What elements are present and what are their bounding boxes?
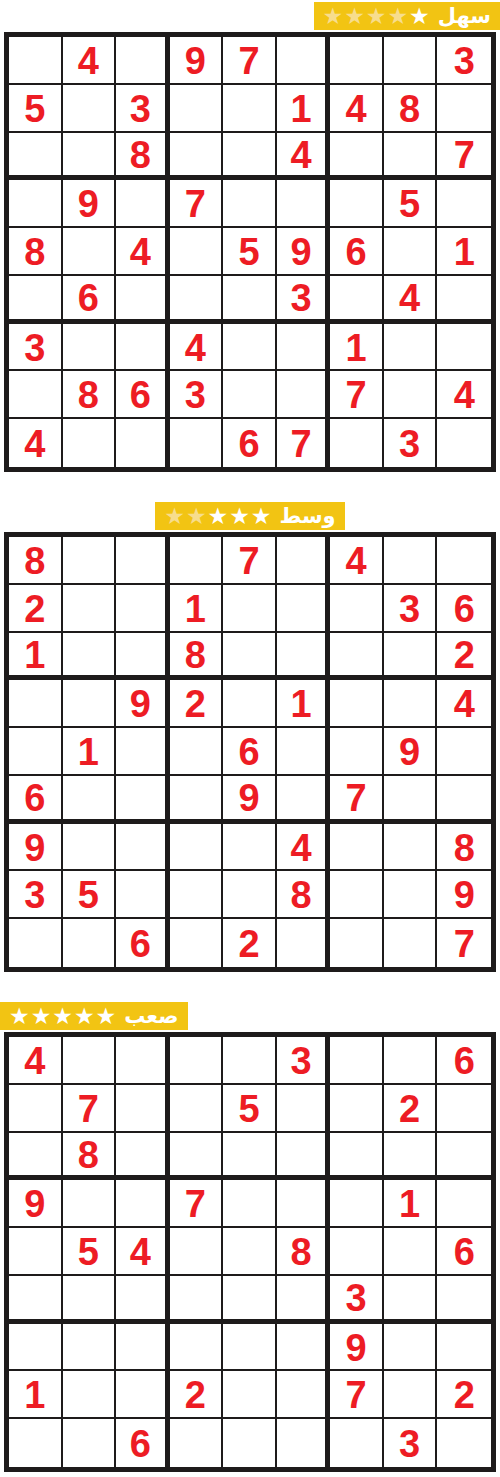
sudoku-cell[interactable] [223,1228,277,1276]
sudoku-cell[interactable]: 3 [384,1419,438,1467]
sudoku-cell[interactable] [63,776,117,824]
sudoku-cell[interactable]: 1 [63,728,117,776]
sudoku-cell[interactable]: 3 [330,1276,384,1324]
sudoku-cell[interactable]: 4 [330,537,384,585]
sudoku-cell[interactable] [170,419,224,467]
sudoku-cell[interactable] [63,585,117,633]
sudoku-cell[interactable] [437,276,491,324]
sudoku-cell[interactable]: 9 [170,37,224,85]
sudoku-cell[interactable] [170,1085,224,1133]
sudoku-cell[interactable] [116,37,170,85]
sudoku-cell[interactable]: 7 [330,371,384,419]
sudoku-cell[interactable] [9,133,63,181]
sudoku-cell[interactable] [384,324,438,372]
sudoku-cell[interactable] [9,37,63,85]
sudoku-cell[interactable] [437,1324,491,1372]
sudoku-cell[interactable]: 4 [116,1228,170,1276]
sudoku-cell[interactable] [223,1276,277,1324]
sudoku-cell[interactable] [170,537,224,585]
sudoku-cell[interactable]: 3 [170,371,224,419]
sudoku-cell[interactable] [170,228,224,276]
sudoku-cell[interactable]: 7 [437,919,491,967]
sudoku-cell[interactable]: 7 [170,180,224,228]
sudoku-cell[interactable] [170,133,224,181]
given-digit: 5 [78,1231,99,1271]
sudoku-cell[interactable] [63,919,117,967]
sudoku-cell[interactable]: 7 [63,1085,117,1133]
given-digit: 4 [130,231,151,271]
sudoku-cell[interactable]: 8 [437,824,491,872]
sudoku-cell[interactable] [9,1419,63,1467]
sudoku-cell[interactable] [116,776,170,824]
sudoku-cell[interactable] [330,276,384,324]
sudoku-cell[interactable] [277,776,331,824]
sudoku-cell[interactable] [384,919,438,967]
sudoku-cell[interactable] [437,1419,491,1467]
sudoku-cell[interactable]: 3 [277,1037,331,1085]
sudoku-cell[interactable] [330,1228,384,1276]
sudoku-cell[interactable] [277,537,331,585]
sudoku-cell[interactable]: 8 [63,371,117,419]
sudoku-cell[interactable]: 9 [277,228,331,276]
sudoku-cell[interactable] [437,1276,491,1324]
sudoku-cell[interactable] [277,1324,331,1372]
sudoku-cell[interactable]: 7 [437,133,491,181]
sudoku-cell[interactable]: 6 [223,419,277,467]
sudoku-cell[interactable] [437,419,491,467]
sudoku-cell[interactable]: 4 [437,371,491,419]
sudoku-cell[interactable] [9,1324,63,1372]
sudoku-cell[interactable] [116,1085,170,1133]
sudoku-cell[interactable]: 4 [170,324,224,372]
sudoku-cell[interactable] [277,1180,331,1228]
sudoku-cell[interactable]: 2 [9,585,63,633]
sudoku-cell[interactable] [330,1180,384,1228]
sudoku-cell[interactable] [330,180,384,228]
puzzle-section-hard: صعب ★★★★★ 4367528971548639127263 [0,1002,500,1472]
sudoku-cell[interactable] [437,1133,491,1181]
star-icon: ★ [31,1002,52,1030]
given-digit: 9 [399,731,420,771]
sudoku-cell[interactable]: 3 [9,871,63,919]
sudoku-cell[interactable] [170,824,224,872]
given-digit: 1 [454,231,475,271]
sudoku-cell[interactable]: 7 [330,1371,384,1419]
sudoku-cell[interactable]: 5 [9,85,63,133]
given-digit: 3 [399,1423,420,1463]
sudoku-cell[interactable] [330,680,384,728]
sudoku-cell[interactable] [330,1085,384,1133]
sudoku-cell[interactable]: 4 [384,276,438,324]
given-digit: 5 [24,88,45,128]
sudoku-cell[interactable]: 6 [116,919,170,967]
sudoku-cell[interactable] [437,180,491,228]
sudoku-cell[interactable]: 9 [9,1180,63,1228]
sudoku-cell[interactable]: 3 [9,324,63,372]
sudoku-cell[interactable] [9,1228,63,1276]
sudoku-cell[interactable] [170,1324,224,1372]
sudoku-cell[interactable] [116,1276,170,1324]
sudoku-cell[interactable] [116,324,170,372]
sudoku-grid-medium: 874213618292141696979483589627 [4,532,496,972]
sudoku-cell[interactable]: 8 [277,1228,331,1276]
sudoku-cell[interactable] [9,728,63,776]
given-digit: 4 [78,40,99,80]
sudoku-cell[interactable] [384,1037,438,1085]
sudoku-cell[interactable]: 6 [437,585,491,633]
difficulty-label-medium: وسط [279,502,335,530]
given-digit: 4 [24,423,45,463]
sudoku-cell[interactable] [277,728,331,776]
sudoku-cell[interactable] [63,680,117,728]
given-digit: 5 [238,1088,259,1128]
sudoku-cell[interactable] [223,324,277,372]
sudoku-cell[interactable]: 4 [116,228,170,276]
sudoku-cell[interactable]: 8 [170,633,224,681]
given-digit: 2 [24,588,45,628]
sudoku-cell[interactable]: 9 [330,1324,384,1372]
sudoku-cell[interactable] [170,728,224,776]
sudoku-cell[interactable]: 6 [9,776,63,824]
given-digit: 6 [130,1423,151,1463]
sudoku-cell[interactable] [116,585,170,633]
given-digit: 9 [130,683,151,723]
given-digit: 3 [185,374,206,414]
sudoku-cell[interactable]: 2 [170,680,224,728]
given-digit: 6 [346,231,367,271]
sudoku-cell[interactable]: 2 [170,1371,224,1419]
sudoku-cell[interactable] [330,585,384,633]
sudoku-cell[interactable] [116,728,170,776]
sudoku-cell[interactable]: 1 [277,680,331,728]
sudoku-cell[interactable] [384,824,438,872]
sudoku-cell[interactable] [277,1419,331,1467]
star-icon: ★ [208,502,229,530]
sudoku-cell[interactable]: 9 [223,776,277,824]
given-digit: 6 [130,923,151,963]
sudoku-cell[interactable] [330,1419,384,1467]
sudoku-cell[interactable]: 9 [437,871,491,919]
sudoku-cell[interactable] [170,85,224,133]
sudoku-cell[interactable] [330,1037,384,1085]
sudoku-cell[interactable]: 9 [116,680,170,728]
sudoku-cell[interactable] [277,37,331,85]
sudoku-cell[interactable] [384,871,438,919]
given-digit: 9 [454,874,475,914]
given-digit: 7 [185,183,206,223]
sudoku-cell[interactable] [63,824,117,872]
difficulty-banner-easy: سهل ★★★★★ [314,2,500,30]
sudoku-cell[interactable]: 1 [437,228,491,276]
sudoku-cell[interactable] [384,680,438,728]
sudoku-cell[interactable]: 1 [330,324,384,372]
sudoku-cell[interactable]: 2 [223,919,277,967]
sudoku-cell[interactable]: 6 [330,228,384,276]
sudoku-cell[interactable]: 3 [277,276,331,324]
given-digit: 4 [290,827,311,867]
given-digit: 1 [24,1374,45,1414]
sudoku-cell[interactable] [9,919,63,967]
sudoku-cell[interactable] [223,871,277,919]
sudoku-cell[interactable]: 5 [63,1228,117,1276]
sudoku-cell[interactable] [277,633,331,681]
sudoku-cell[interactable]: 7 [277,419,331,467]
sudoku-cell[interactable]: 9 [63,180,117,228]
sudoku-cell[interactable]: 4 [63,37,117,85]
sudoku-cell[interactable] [223,133,277,181]
difficulty-label-easy: سهل [438,2,491,30]
sudoku-cell[interactable]: 8 [384,85,438,133]
given-digit: 9 [24,827,45,867]
sudoku-cell[interactable]: 2 [437,633,491,681]
sudoku-cell[interactable]: 6 [116,1419,170,1467]
sudoku-cell[interactable]: 6 [223,728,277,776]
sudoku-cell[interactable]: 9 [384,728,438,776]
sudoku-cell[interactable] [330,133,384,181]
given-digit: 4 [399,277,420,317]
sudoku-cell[interactable] [223,1324,277,1372]
sudoku-cell[interactable] [116,1324,170,1372]
star-icon: ★ [229,502,250,530]
sudoku-cell[interactable] [277,919,331,967]
sudoku-cell[interactable] [330,728,384,776]
sudoku-cell[interactable]: 1 [9,633,63,681]
sudoku-cell[interactable] [63,1324,117,1372]
sudoku-cell[interactable] [223,276,277,324]
given-digit: 7 [454,134,475,174]
sudoku-cell[interactable] [384,228,438,276]
sudoku-cell[interactable]: 2 [437,1371,491,1419]
sudoku-cell[interactable]: 6 [437,1037,491,1085]
sudoku-cell[interactable] [9,180,63,228]
sudoku-cell[interactable] [223,371,277,419]
sudoku-cell[interactable] [277,1133,331,1181]
sudoku-cell[interactable] [437,537,491,585]
sudoku-cell[interactable] [9,1133,63,1181]
sudoku-cell[interactable]: 3 [437,37,491,85]
puzzle-section-easy: سهل ★★★★★ 497353148847975845961634341863… [0,2,500,472]
sudoku-cell[interactable] [384,1324,438,1372]
given-digit: 9 [78,183,99,223]
sudoku-cell[interactable] [223,1419,277,1467]
sudoku-cell[interactable] [170,1037,224,1085]
star-icon: ★ [344,2,365,30]
sudoku-cell[interactable] [170,871,224,919]
given-digit: 2 [185,1374,206,1414]
given-digit: 1 [399,1183,420,1223]
sudoku-cell[interactable] [384,37,438,85]
sudoku-cell[interactable] [384,1371,438,1419]
sudoku-cell[interactable] [170,1228,224,1276]
sudoku-cell[interactable]: 8 [9,537,63,585]
sudoku-cell[interactable] [384,633,438,681]
sudoku-cell[interactable] [63,1037,117,1085]
sudoku-cell[interactable]: 4 [330,85,384,133]
sudoku-cell[interactable]: 6 [437,1228,491,1276]
sudoku-cell[interactable] [9,680,63,728]
given-digit: 7 [346,374,367,414]
sudoku-cell[interactable] [63,633,117,681]
sudoku-cell[interactable]: 8 [277,871,331,919]
sudoku-cell[interactable]: 1 [170,585,224,633]
sudoku-cell[interactable] [277,585,331,633]
sudoku-cell[interactable] [9,1085,63,1133]
sudoku-cell[interactable]: 3 [384,419,438,467]
sudoku-cell[interactable]: 8 [63,1133,117,1181]
sudoku-cell[interactable] [170,776,224,824]
sudoku-cell[interactable]: 5 [223,1085,277,1133]
sudoku-cell[interactable]: 5 [63,871,117,919]
sudoku-cell[interactable] [330,419,384,467]
sudoku-cell[interactable] [277,324,331,372]
sudoku-cell[interactable] [116,1037,170,1085]
sudoku-cell[interactable]: 8 [116,133,170,181]
given-digit: 6 [24,777,45,817]
sudoku-cell[interactable] [223,1037,277,1085]
sudoku-cell[interactable] [277,1371,331,1419]
given-digit: 5 [238,231,259,271]
sudoku-cell[interactable] [330,37,384,85]
sudoku-cell[interactable]: 8 [9,228,63,276]
sudoku-cell[interactable]: 6 [63,276,117,324]
given-digit: 8 [78,374,99,414]
sudoku-cell[interactable] [223,680,277,728]
sudoku-cell[interactable] [330,919,384,967]
sudoku-cell[interactable]: 1 [384,1180,438,1228]
sudoku-cell[interactable] [384,1228,438,1276]
sudoku-cell[interactable] [223,85,277,133]
given-digit: 4 [346,88,367,128]
sudoku-cell[interactable] [63,85,117,133]
sudoku-cell[interactable] [384,537,438,585]
sudoku-cell[interactable] [330,633,384,681]
sudoku-cell[interactable]: 4 [9,419,63,467]
sudoku-cell[interactable] [170,1276,224,1324]
sudoku-cell[interactable] [63,1180,117,1228]
sudoku-cell[interactable]: 3 [116,85,170,133]
sudoku-cell[interactable] [170,1133,224,1181]
given-digit: 8 [454,827,475,867]
sudoku-cell[interactable]: 7 [170,1180,224,1228]
given-digit: 8 [78,1134,99,1174]
sudoku-cell[interactable] [437,1180,491,1228]
sudoku-cell[interactable] [223,824,277,872]
sudoku-cell[interactable] [63,133,117,181]
sudoku-cell[interactable]: 4 [9,1037,63,1085]
sudoku-cell[interactable] [437,776,491,824]
sudoku-cell[interactable] [116,180,170,228]
given-digit: 3 [290,277,311,317]
sudoku-cell[interactable] [330,824,384,872]
sudoku-cell[interactable] [170,919,224,967]
sudoku-cell[interactable] [277,371,331,419]
sudoku-cell[interactable] [63,537,117,585]
sudoku-cell[interactable] [437,1085,491,1133]
sudoku-cell[interactable]: 3 [384,585,438,633]
given-digit: 8 [290,874,311,914]
sudoku-cell[interactable] [437,324,491,372]
sudoku-cell[interactable] [223,633,277,681]
sudoku-cell[interactable] [223,585,277,633]
sudoku-cell[interactable] [384,133,438,181]
sudoku-cell[interactable]: 4 [277,824,331,872]
sudoku-cell[interactable] [384,1276,438,1324]
given-digit: 8 [399,88,420,128]
sudoku-cell[interactable] [63,228,117,276]
sudoku-cell[interactable] [330,871,384,919]
star-rating-easy: ★★★★★ [323,2,430,30]
sudoku-cell[interactable]: 9 [9,824,63,872]
sudoku-cell[interactable] [63,1276,117,1324]
sudoku-cell[interactable] [277,180,331,228]
sudoku-cell[interactable] [223,1371,277,1419]
sudoku-cell[interactable]: 7 [330,776,384,824]
puzzle-section-medium: وسط ★★★★★ 874213618292141696979483589627 [0,502,500,972]
sudoku-cell[interactable] [437,728,491,776]
sudoku-cell[interactable]: 6 [116,371,170,419]
sudoku-cell[interactable] [116,1371,170,1419]
sudoku-cell[interactable]: 5 [223,228,277,276]
given-digit: 8 [130,134,151,174]
sudoku-cell[interactable] [223,1180,277,1228]
sudoku-cell[interactable] [116,419,170,467]
sudoku-cell[interactable]: 4 [437,680,491,728]
sudoku-cell[interactable] [9,276,63,324]
sudoku-cell[interactable] [116,824,170,872]
sudoku-cell[interactable] [63,324,117,372]
star-icon: ★ [186,502,207,530]
sudoku-cell[interactable] [116,537,170,585]
sudoku-cell[interactable] [116,871,170,919]
sudoku-cell[interactable]: 1 [9,1371,63,1419]
sudoku-cell[interactable] [437,85,491,133]
sudoku-cell[interactable] [277,1276,331,1324]
sudoku-cell[interactable] [116,633,170,681]
sudoku-cell[interactable] [170,276,224,324]
sudoku-cell[interactable] [116,1133,170,1181]
sudoku-cell[interactable] [9,371,63,419]
sudoku-cell[interactable] [170,1419,224,1467]
sudoku-cell[interactable] [384,776,438,824]
sudoku-cell[interactable] [63,1419,117,1467]
sudoku-cell[interactable]: 1 [277,85,331,133]
given-digit: 7 [290,423,311,463]
sudoku-cell[interactable] [63,419,117,467]
given-digit: 6 [78,277,99,317]
sudoku-cell[interactable] [63,1371,117,1419]
difficulty-label-hard: صعب [124,1002,178,1030]
sudoku-cell[interactable] [9,1276,63,1324]
sudoku-cell[interactable] [277,1085,331,1133]
star-icon: ★ [9,1002,30,1030]
star-icon: ★ [74,1002,95,1030]
sudoku-cell[interactable]: 7 [223,37,277,85]
sudoku-cell[interactable] [223,180,277,228]
sudoku-cell[interactable] [223,1133,277,1181]
sudoku-cell[interactable] [116,276,170,324]
sudoku-cell[interactable]: 5 [384,180,438,228]
given-digit: 6 [454,588,475,628]
sudoku-cell[interactable] [330,1133,384,1181]
given-digit: 4 [454,374,475,414]
sudoku-cell[interactable]: 4 [277,133,331,181]
sudoku-cell[interactable] [384,1133,438,1181]
sudoku-cell[interactable] [116,1180,170,1228]
star-rating-hard: ★★★★★ [9,1002,116,1030]
sudoku-cell[interactable] [384,371,438,419]
sudoku-cell[interactable]: 7 [223,537,277,585]
sudoku-cell[interactable]: 2 [384,1085,438,1133]
